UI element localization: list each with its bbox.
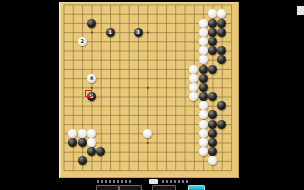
move-number: 1 [108, 27, 111, 36]
stone-black [96, 147, 105, 156]
stone-white [208, 9, 217, 18]
stone-white [143, 129, 152, 138]
stone-black [208, 138, 217, 147]
move-number: 2 [81, 37, 84, 46]
status-text-right [162, 180, 189, 183]
playback-control-bar [0, 178, 304, 190]
go-board[interactable]: 13245 [59, 2, 239, 178]
move-slider-handle[interactable] [149, 179, 158, 184]
stone-white [189, 83, 198, 92]
stone-black [208, 19, 217, 28]
stone-black [199, 65, 208, 74]
stone-black [208, 110, 217, 119]
stone-white: 4 [87, 74, 96, 83]
stone-white [199, 129, 208, 138]
stones-layer: 13245 [64, 5, 241, 180]
stone-white [208, 156, 217, 165]
stone-white [199, 37, 208, 46]
stone-black [208, 28, 217, 37]
stone-white [199, 46, 208, 55]
stone-black [208, 46, 217, 55]
app-screen: 13245 [0, 0, 304, 190]
stone-white [199, 147, 208, 156]
stone-white [189, 65, 198, 74]
stone-black [217, 28, 226, 37]
stone-black [199, 92, 208, 101]
stone-white [87, 138, 96, 147]
stone-black [208, 92, 217, 101]
stone-white [87, 129, 96, 138]
nav-button-1[interactable] [96, 185, 119, 190]
stone-white [68, 129, 77, 138]
stone-black [87, 19, 96, 28]
stone-black: 3 [134, 28, 143, 37]
stone-black [208, 120, 217, 129]
stone-black: 1 [106, 28, 115, 37]
stone-white [199, 19, 208, 28]
stone-white: 2 [78, 37, 87, 46]
stone-black [208, 129, 217, 138]
stone-black [217, 101, 226, 110]
stone-black [217, 55, 226, 64]
window-edge-artifact [297, 6, 304, 15]
stone-black [217, 19, 226, 28]
move-number: 4 [90, 73, 93, 82]
stone-black: 5 [87, 92, 96, 101]
stone-black [87, 147, 96, 156]
stone-white [78, 129, 87, 138]
stone-black [208, 147, 217, 156]
stone-white [189, 92, 198, 101]
move-number: 3 [136, 27, 139, 36]
stone-white [199, 138, 208, 147]
nav-button-2[interactable] [119, 185, 142, 190]
stone-black [78, 138, 87, 147]
stone-black [199, 74, 208, 83]
stone-white [199, 101, 208, 110]
stone-white [199, 110, 208, 119]
stone-white [199, 55, 208, 64]
last-move-marker [85, 90, 92, 97]
stone-white [199, 28, 208, 37]
stone-black [199, 83, 208, 92]
nav-button-3[interactable] [152, 185, 176, 190]
action-button-active[interactable] [188, 185, 205, 190]
stone-white [217, 9, 226, 18]
stone-black [78, 156, 87, 165]
stone-white [189, 74, 198, 83]
stone-black [68, 138, 77, 147]
stone-black [217, 46, 226, 55]
status-text-left [97, 180, 133, 183]
stone-black [208, 65, 217, 74]
stone-white [199, 120, 208, 129]
stone-black [217, 120, 226, 129]
stone-black [208, 37, 217, 46]
